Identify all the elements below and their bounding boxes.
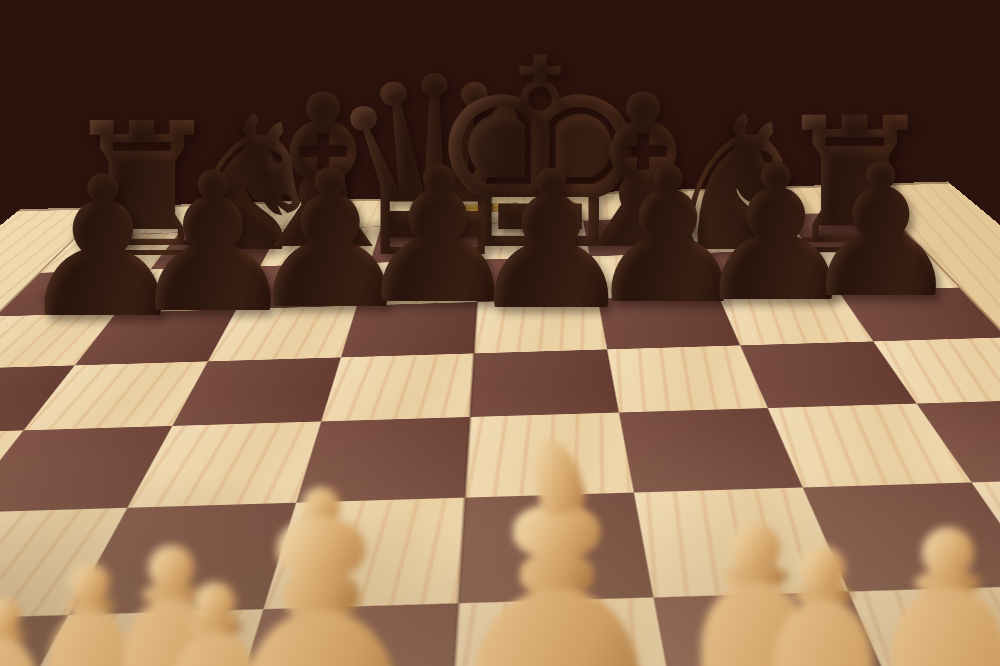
piece-white-king-king-e1[interactable] [474, 438, 640, 666]
piece-white-pawn-pawn-r2[interactable] [774, 546, 873, 666]
chess-photo-frame: ♜♞♝♛♚♝♞♜♟♟♟♟♟♟♟♟ [0, 0, 1000, 666]
piece-white-queen-queen-d1[interactable] [245, 487, 397, 666]
piece-white-pawn-pawn-l1[interactable] [47, 563, 133, 666]
piece-white-pawn-pawn-r3[interactable] [892, 527, 1000, 666]
piece-black-pawn-h7[interactable]: ♟ [799, 139, 964, 323]
piece-white-pawn-edge-left[interactable] [0, 598, 41, 666]
piece-layer: ♜♞♝♛♚♝♞♜♟♟♟♟♟♟♟♟ [0, 0, 1000, 666]
